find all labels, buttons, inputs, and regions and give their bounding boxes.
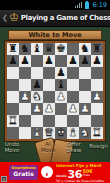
square-c1[interactable]: ♝ (31, 127, 43, 139)
square-d6[interactable] (43, 67, 55, 79)
square-g1[interactable]: ♞ (79, 127, 91, 139)
chess-board: ♜♞♝♛♚♞♜♟♟♟♟♟♟♟♟♝♟♞♟♟♟♟♟♟♜♝♛♚♝♞♜ (7, 43, 103, 139)
square-b3[interactable] (19, 103, 31, 115)
game-area: White to Move ♜♞♝♛♚♞♜♟♟♟♟♟♟♟♟♝♟♞♟♟♟♟♟♟♜♝… (0, 27, 110, 162)
piece-white-rook: ♜ (91, 127, 103, 139)
piece-white-pawn: ♟ (79, 103, 91, 115)
square-h7[interactable]: ♟ (91, 55, 103, 67)
square-b4[interactable]: ♟ (19, 91, 31, 103)
piece-white-rook: ♜ (7, 115, 19, 127)
square-b7[interactable]: ♟ (19, 55, 31, 67)
square-f5[interactable] (67, 79, 79, 91)
piece-black-pawn: ♟ (7, 55, 19, 67)
vodafone-logo-icon: ' (41, 166, 53, 178)
ad-fine-print: 5G y Costes de línea incluidos (56, 180, 109, 183)
square-d5[interactable] (43, 79, 55, 91)
board-frame: ♜♞♝♛♚♞♜♟♟♟♟♟♟♟♟♝♟♞♟♟♟♟♟♟♜♝♛♚♝♞♜ (5, 41, 105, 141)
ad-banner[interactable]: × Smartphone Gratis ' Internet Fijo y Mó… (0, 162, 110, 183)
square-g3[interactable]: ♟ (79, 103, 91, 115)
piece-white-pawn: ♟ (67, 103, 79, 115)
square-b1[interactable] (19, 127, 31, 139)
ad-promo-big: Gratis (9, 170, 38, 177)
piece-white-pawn: ♟ (55, 91, 67, 103)
ad-text-block: Internet Fijo y Móvil desde 36 50€ /mes … (56, 164, 109, 183)
piece-white-pawn: ♟ (43, 103, 55, 115)
square-a2[interactable]: ♜ (7, 115, 19, 127)
square-f7[interactable]: ♟ (67, 55, 79, 67)
square-a4[interactable] (7, 91, 19, 103)
piece-white-pawn: ♟ (31, 103, 43, 115)
piece-white-knight: ♞ (79, 127, 91, 139)
square-a7[interactable]: ♟ (7, 55, 19, 67)
piece-white-pawn: ♟ (19, 91, 31, 103)
resign-button[interactable]: Resign (88, 143, 109, 149)
square-e1[interactable]: ♚ (55, 127, 67, 139)
square-e4[interactable]: ♟ (55, 91, 67, 103)
square-a6[interactable] (7, 67, 19, 79)
ad-close-icon[interactable]: × (1, 176, 7, 182)
square-d3[interactable]: ♟ (43, 103, 55, 115)
piece-white-bishop: ♝ (67, 127, 79, 139)
square-h3[interactable] (91, 103, 103, 115)
piece-black-pawn: ♟ (19, 55, 31, 67)
piece-black-pawn: ♟ (79, 55, 91, 67)
offer-draw-label-2: Draw (67, 147, 81, 153)
undo-move-label-2: Move (5, 147, 20, 153)
square-b6[interactable] (19, 67, 31, 79)
piece-black-bishop: ♝ (31, 43, 43, 55)
square-e8[interactable]: ♚ (55, 43, 67, 55)
piece-white-king: ♚ (55, 127, 67, 139)
vodafone-speechmark: ' (45, 171, 48, 183)
square-h6[interactable] (91, 67, 103, 79)
status-time: 6:19 (92, 0, 107, 10)
ai-move-label-2: Move (41, 147, 56, 153)
signal-icon (75, 2, 83, 9)
ai-move-button[interactable]: AI Move (36, 141, 60, 153)
ad-promo-box: Smartphone Gratis (9, 165, 38, 180)
piece-black-pawn: ♟ (43, 55, 55, 67)
square-c8[interactable]: ♝ (31, 43, 43, 55)
square-a1[interactable] (7, 127, 19, 139)
board-wrap: ♜♞♝♛♚♞♜♟♟♟♟♟♟♟♟♝♟♞♟♟♟♟♟♟♜♝♛♚♝♞♜ (0, 41, 110, 141)
square-a5[interactable] (7, 79, 19, 91)
page-title: Playing a Game of Chess (21, 14, 110, 22)
battery-icon (85, 2, 89, 9)
turn-banner: White to Move (8, 30, 102, 40)
resign-label: Resign (89, 143, 107, 149)
square-h1[interactable]: ♜ (91, 127, 103, 139)
square-f6[interactable] (67, 67, 79, 79)
square-g7[interactable]: ♟ (79, 55, 91, 67)
square-c3[interactable]: ♟ (31, 103, 43, 115)
status-bar: 6:19 (0, 0, 110, 10)
piece-black-pawn: ♟ (91, 55, 103, 67)
piece-black-pawn: ♟ (67, 55, 79, 67)
phone-screen: 6:19 ❮ ♔ Playing a Game of Chess White t… (0, 0, 110, 183)
square-d7[interactable]: ♟ (43, 55, 55, 67)
action-bar: ❮ ♔ Playing a Game of Chess (0, 10, 110, 27)
chess-app-icon[interactable]: ♔ (9, 10, 19, 26)
square-g5[interactable] (79, 79, 91, 91)
square-h4[interactable]: ♟ (91, 91, 103, 103)
square-f1[interactable]: ♝ (67, 127, 79, 139)
square-b2[interactable] (19, 115, 31, 127)
square-g6[interactable] (79, 67, 91, 79)
piece-white-bishop: ♝ (31, 127, 43, 139)
undo-move-button[interactable]: Undo Move (1, 141, 23, 153)
square-c7[interactable] (31, 55, 43, 67)
offer-draw-button[interactable]: Offer Draw (61, 141, 87, 153)
ad-price-prefix: desde (56, 174, 67, 178)
controls-row: Undo Move AI Move Offer Draw Resign (0, 141, 110, 155)
square-f3[interactable]: ♟ (67, 103, 79, 115)
piece-black-king: ♚ (55, 43, 67, 55)
piece-white-pawn: ♟ (91, 91, 103, 103)
square-e3[interactable] (55, 103, 67, 115)
ad-price-period: /mes (82, 174, 92, 178)
back-chevron-icon[interactable]: ❮ (1, 14, 9, 22)
